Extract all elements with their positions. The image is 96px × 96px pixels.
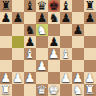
square-d2[interactable] <box>36 72 48 84</box>
white-pawn[interactable]: ♟ <box>37 60 48 72</box>
square-a7[interactable]: ♟ <box>0 12 12 24</box>
square-f5[interactable] <box>60 36 72 48</box>
square-a4[interactable] <box>0 48 12 60</box>
square-d1[interactable]: ♛ <box>36 84 48 96</box>
square-f4[interactable]: ♝ <box>60 48 72 60</box>
square-c8[interactable]: ♝ <box>24 0 36 12</box>
square-f7[interactable]: ♟ <box>60 12 72 24</box>
square-g2[interactable]: ♟ <box>72 72 84 84</box>
square-g5[interactable] <box>72 36 84 48</box>
square-g8[interactable] <box>72 0 84 12</box>
square-e3[interactable] <box>48 60 60 72</box>
white-king[interactable]: ♚ <box>49 84 60 96</box>
black-knight[interactable]: ♞ <box>25 24 36 36</box>
square-d3[interactable]: ♟ <box>36 60 48 72</box>
white-pawn[interactable]: ♟ <box>49 48 60 60</box>
black-pawn[interactable]: ♟ <box>85 12 96 24</box>
square-b7[interactable]: ♟ <box>12 12 24 24</box>
square-b3[interactable] <box>12 60 24 72</box>
white-rook[interactable]: ♜ <box>85 84 96 96</box>
black-pawn[interactable]: ♟ <box>61 12 72 24</box>
black-rook[interactable]: ♜ <box>1 0 12 12</box>
square-h2[interactable]: ♟ <box>84 72 96 84</box>
white-queen[interactable]: ♛ <box>37 84 48 96</box>
white-pawn[interactable]: ♟ <box>73 72 84 84</box>
white-knight[interactable]: ♞ <box>73 84 84 96</box>
square-g6[interactable]: ♟ <box>72 24 84 36</box>
white-pawn[interactable]: ♟ <box>61 72 72 84</box>
square-e7[interactable]: ♞ <box>48 12 60 24</box>
square-d5[interactable] <box>36 36 48 48</box>
square-a3[interactable] <box>0 60 12 72</box>
black-pawn[interactable]: ♟ <box>25 36 36 48</box>
square-d4[interactable] <box>36 48 48 60</box>
black-pawn[interactable]: ♟ <box>13 12 24 24</box>
square-h1[interactable]: ♜ <box>84 84 96 96</box>
square-h6[interactable] <box>84 24 96 36</box>
square-h3[interactable] <box>84 60 96 72</box>
square-f1[interactable] <box>60 84 72 96</box>
chess-board: ♜♝♛♚♝♜♟♟♟♞♟♟♞♞♟♟♟♝♟♝♟♟♟♟♟♟♟♜♛♚♞♜ <box>0 0 96 96</box>
square-e8[interactable]: ♚ <box>48 0 60 12</box>
black-pawn[interactable]: ♟ <box>73 24 84 36</box>
square-c4[interactable]: ♝ <box>24 48 36 60</box>
square-f6[interactable] <box>60 24 72 36</box>
white-pawn[interactable]: ♟ <box>25 72 36 84</box>
square-b8[interactable] <box>12 0 24 12</box>
black-pawn[interactable]: ♟ <box>1 12 12 24</box>
square-d6[interactable]: ♞ <box>36 24 48 36</box>
white-bishop[interactable]: ♝ <box>25 48 36 60</box>
square-e5[interactable]: ♟ <box>48 36 60 48</box>
square-a5[interactable] <box>0 36 12 48</box>
square-d7[interactable]: ♟ <box>36 12 48 24</box>
square-h8[interactable]: ♜ <box>84 0 96 12</box>
square-h4[interactable] <box>84 48 96 60</box>
square-g1[interactable]: ♞ <box>72 84 84 96</box>
square-e6[interactable] <box>48 24 60 36</box>
white-bishop[interactable]: ♝ <box>61 48 72 60</box>
square-f8[interactable]: ♝ <box>60 0 72 12</box>
square-c1[interactable] <box>24 84 36 96</box>
square-b5[interactable] <box>12 36 24 48</box>
square-h7[interactable]: ♟ <box>84 12 96 24</box>
square-b1[interactable] <box>12 84 24 96</box>
square-h5[interactable] <box>84 36 96 48</box>
square-a6[interactable] <box>0 24 12 36</box>
black-pawn[interactable]: ♟ <box>37 12 48 24</box>
square-b6[interactable] <box>12 24 24 36</box>
white-rook[interactable]: ♜ <box>1 84 12 96</box>
black-pawn[interactable]: ♟ <box>49 36 60 48</box>
black-bishop[interactable]: ♝ <box>25 0 36 12</box>
square-f3[interactable] <box>60 60 72 72</box>
square-e2[interactable] <box>48 72 60 84</box>
black-bishop[interactable]: ♝ <box>61 0 72 12</box>
white-pawn[interactable]: ♟ <box>13 72 24 84</box>
square-a2[interactable]: ♟ <box>0 72 12 84</box>
square-c7[interactable] <box>24 12 36 24</box>
square-c2[interactable]: ♟ <box>24 72 36 84</box>
square-c3[interactable] <box>24 60 36 72</box>
black-rook[interactable]: ♜ <box>85 0 96 12</box>
square-b4[interactable] <box>12 48 24 60</box>
white-pawn[interactable]: ♟ <box>1 72 12 84</box>
black-knight[interactable]: ♞ <box>49 12 60 24</box>
square-e4[interactable]: ♟ <box>48 48 60 60</box>
black-king[interactable]: ♚ <box>49 0 60 12</box>
black-queen[interactable]: ♛ <box>37 0 48 12</box>
square-g3[interactable] <box>72 60 84 72</box>
square-e1[interactable]: ♚ <box>48 84 60 96</box>
square-b2[interactable]: ♟ <box>12 72 24 84</box>
square-d8[interactable]: ♛ <box>36 0 48 12</box>
square-g4[interactable] <box>72 48 84 60</box>
square-c5[interactable]: ♟ <box>24 36 36 48</box>
white-pawn[interactable]: ♟ <box>85 72 96 84</box>
white-knight[interactable]: ♞ <box>37 24 48 36</box>
square-c6[interactable]: ♞ <box>24 24 36 36</box>
square-g7[interactable] <box>72 12 84 24</box>
square-a1[interactable]: ♜ <box>0 84 12 96</box>
square-f2[interactable]: ♟ <box>60 72 72 84</box>
square-a8[interactable]: ♜ <box>0 0 12 12</box>
